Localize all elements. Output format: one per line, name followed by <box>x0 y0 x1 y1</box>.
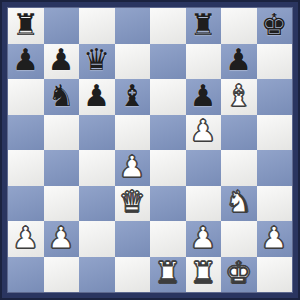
square-c1[interactable] <box>79 257 115 293</box>
square-d2[interactable] <box>115 221 151 257</box>
white-rook-icon-e1[interactable]: ♜ <box>154 258 181 288</box>
square-g3[interactable]: ♞ <box>221 186 257 222</box>
black-queen-icon-c7[interactable]: ♛ <box>83 45 110 75</box>
square-a6[interactable] <box>8 79 44 115</box>
white-pawn-icon-b2[interactable]: ♟ <box>48 223 75 253</box>
black-rook-icon-a8[interactable]: ♜ <box>12 10 39 40</box>
square-e5[interactable] <box>150 115 186 151</box>
white-bishop-icon-g6[interactable]: ♝ <box>225 81 252 111</box>
white-pawn-icon-d4[interactable]: ♟ <box>119 152 146 182</box>
square-h3[interactable] <box>257 186 293 222</box>
square-h6[interactable] <box>257 79 293 115</box>
black-rook-icon-f8[interactable]: ♜ <box>190 10 217 40</box>
square-g5[interactable] <box>221 115 257 151</box>
square-g4[interactable] <box>221 150 257 186</box>
white-pawn-icon-h2[interactable]: ♟ <box>261 223 288 253</box>
black-pawn-icon-a7[interactable]: ♟ <box>12 45 39 75</box>
square-a8[interactable]: ♜ <box>8 8 44 44</box>
black-king-icon-h8[interactable]: ♚ <box>261 10 288 40</box>
square-b7[interactable]: ♟ <box>44 44 80 80</box>
square-b1[interactable] <box>44 257 80 293</box>
square-c3[interactable] <box>79 186 115 222</box>
square-e8[interactable] <box>150 8 186 44</box>
square-d1[interactable] <box>115 257 151 293</box>
white-queen-icon-d3[interactable]: ♛ <box>119 187 146 217</box>
square-b6[interactable]: ♞ <box>44 79 80 115</box>
square-d4[interactable]: ♟ <box>115 150 151 186</box>
square-b5[interactable] <box>44 115 80 151</box>
square-f4[interactable] <box>186 150 222 186</box>
square-g2[interactable] <box>221 221 257 257</box>
square-e2[interactable] <box>150 221 186 257</box>
square-e3[interactable] <box>150 186 186 222</box>
square-e7[interactable] <box>150 44 186 80</box>
white-pawn-icon-a2[interactable]: ♟ <box>12 223 39 253</box>
black-pawn-icon-g7[interactable]: ♟ <box>225 45 252 75</box>
white-pawn-icon-f5[interactable]: ♟ <box>190 116 217 146</box>
square-g8[interactable] <box>221 8 257 44</box>
square-c8[interactable] <box>79 8 115 44</box>
square-e1[interactable]: ♜ <box>150 257 186 293</box>
chess-board: ♜♜♚♟♟♛♟♞♟♝♟♝♟♟♛♞♟♟♟♟♜♜♚ <box>8 8 292 292</box>
square-f2[interactable]: ♟ <box>186 221 222 257</box>
square-c4[interactable] <box>79 150 115 186</box>
square-h5[interactable] <box>257 115 293 151</box>
black-knight-icon-b6[interactable]: ♞ <box>48 81 75 111</box>
square-h8[interactable]: ♚ <box>257 8 293 44</box>
square-d3[interactable]: ♛ <box>115 186 151 222</box>
square-b2[interactable]: ♟ <box>44 221 80 257</box>
square-d8[interactable] <box>115 8 151 44</box>
white-king-icon-g1[interactable]: ♚ <box>225 258 252 288</box>
square-f7[interactable] <box>186 44 222 80</box>
square-g1[interactable]: ♚ <box>221 257 257 293</box>
square-a1[interactable] <box>8 257 44 293</box>
square-c7[interactable]: ♛ <box>79 44 115 80</box>
square-a5[interactable] <box>8 115 44 151</box>
square-f5[interactable]: ♟ <box>186 115 222 151</box>
square-h4[interactable] <box>257 150 293 186</box>
square-d7[interactable] <box>115 44 151 80</box>
square-b8[interactable] <box>44 8 80 44</box>
square-f3[interactable] <box>186 186 222 222</box>
board-frame: ♜♜♚♟♟♛♟♞♟♝♟♝♟♟♛♞♟♟♟♟♜♜♚ <box>0 0 300 300</box>
black-pawn-icon-c6[interactable]: ♟ <box>83 81 110 111</box>
square-c6[interactable]: ♟ <box>79 79 115 115</box>
white-knight-icon-g3[interactable]: ♞ <box>225 187 252 217</box>
square-h7[interactable] <box>257 44 293 80</box>
square-d6[interactable]: ♝ <box>115 79 151 115</box>
square-d5[interactable] <box>115 115 151 151</box>
square-b3[interactable] <box>44 186 80 222</box>
square-g6[interactable]: ♝ <box>221 79 257 115</box>
square-g7[interactable]: ♟ <box>221 44 257 80</box>
square-b4[interactable] <box>44 150 80 186</box>
square-f6[interactable]: ♟ <box>186 79 222 115</box>
square-f1[interactable]: ♜ <box>186 257 222 293</box>
square-c5[interactable] <box>79 115 115 151</box>
square-e6[interactable] <box>150 79 186 115</box>
black-pawn-icon-f6[interactable]: ♟ <box>190 81 217 111</box>
square-h2[interactable]: ♟ <box>257 221 293 257</box>
white-pawn-icon-f2[interactable]: ♟ <box>190 223 217 253</box>
square-a3[interactable] <box>8 186 44 222</box>
white-rook-icon-f1[interactable]: ♜ <box>190 258 217 288</box>
square-e4[interactable] <box>150 150 186 186</box>
square-a7[interactable]: ♟ <box>8 44 44 80</box>
square-h1[interactable] <box>257 257 293 293</box>
black-bishop-icon-d6[interactable]: ♝ <box>119 81 146 111</box>
square-c2[interactable] <box>79 221 115 257</box>
square-f8[interactable]: ♜ <box>186 8 222 44</box>
black-pawn-icon-b7[interactable]: ♟ <box>48 45 75 75</box>
square-a4[interactable] <box>8 150 44 186</box>
square-a2[interactable]: ♟ <box>8 221 44 257</box>
